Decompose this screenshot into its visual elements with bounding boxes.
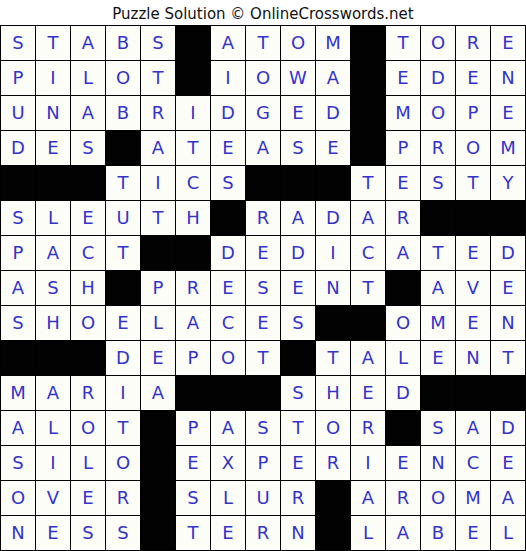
black-cell (316, 306, 350, 340)
letter-cell: A (71, 26, 105, 60)
letter-cell: A (141, 376, 175, 410)
letter-cell: R (281, 481, 315, 515)
letter-cell: S (281, 131, 315, 165)
letter-cell: E (491, 96, 525, 130)
letter-cell: X (211, 446, 245, 480)
letter-cell: C (456, 446, 490, 480)
letter-cell: O (386, 306, 420, 340)
letter-cell: E (36, 131, 70, 165)
black-cell (351, 61, 385, 95)
letter-cell: D (1, 131, 35, 165)
letter-cell: E (281, 96, 315, 130)
letter-cell: O (246, 61, 280, 95)
letter-cell: E (211, 516, 245, 550)
letter-cell: R (246, 201, 280, 235)
letter-cell: R (351, 411, 385, 445)
letter-cell: E (386, 446, 420, 480)
letter-cell: C (176, 166, 210, 200)
letter-cell: T (386, 26, 420, 60)
black-cell (456, 201, 490, 235)
letter-cell: E (71, 201, 105, 235)
letter-cell: L (386, 341, 420, 375)
letter-cell: N (421, 446, 455, 480)
letter-cell: A (211, 411, 245, 445)
letter-cell: A (386, 236, 420, 270)
letter-cell: O (71, 306, 105, 340)
letter-cell: E (456, 61, 490, 95)
letter-cell: R (176, 271, 210, 305)
letter-cell: T (141, 201, 175, 235)
letter-cell: D (491, 411, 525, 445)
black-cell (421, 376, 455, 410)
letter-cell: T (176, 131, 210, 165)
letter-cell: L (36, 411, 70, 445)
letter-cell: D (211, 96, 245, 130)
letter-cell: I (316, 236, 350, 270)
letter-cell: E (491, 446, 525, 480)
letter-cell: R (246, 516, 280, 550)
letter-cell: S (421, 166, 455, 200)
letter-cell: P (176, 411, 210, 445)
letter-cell: C (351, 236, 385, 270)
letter-cell: E (141, 341, 175, 375)
letter-cell: L (71, 61, 105, 95)
letter-cell: T (421, 236, 455, 270)
letter-cell: T (281, 411, 315, 445)
letter-cell: E (281, 271, 315, 305)
letter-cell: A (1, 271, 35, 305)
letter-cell: S (71, 516, 105, 550)
letter-cell: P (456, 96, 490, 130)
letter-cell: L (491, 516, 525, 550)
black-cell (351, 131, 385, 165)
letter-cell: S (281, 376, 315, 410)
black-cell (351, 306, 385, 340)
letter-cell: A (281, 201, 315, 235)
letter-cell: O (281, 26, 315, 60)
letter-cell: O (421, 26, 455, 60)
letter-cell: E (316, 131, 350, 165)
black-cell (141, 236, 175, 270)
letter-cell: E (386, 166, 420, 200)
letter-cell: M (316, 26, 350, 60)
header: Puzzle Solution © OnlineCrosswords.net (0, 0, 526, 25)
black-cell (36, 166, 70, 200)
letter-cell: R (386, 201, 420, 235)
letter-cell: T (106, 411, 140, 445)
letter-cell: M (421, 306, 455, 340)
letter-cell: P (141, 271, 175, 305)
letter-cell: O (1, 481, 35, 515)
letter-cell: E (456, 236, 490, 270)
letter-cell: E (386, 61, 420, 95)
letter-cell: N (281, 516, 315, 550)
black-cell (141, 481, 175, 515)
letter-cell: M (1, 376, 35, 410)
black-cell (386, 411, 420, 445)
letter-cell: S (281, 306, 315, 340)
letter-cell: S (106, 516, 140, 550)
black-cell (281, 341, 315, 375)
letter-cell: U (246, 481, 280, 515)
letter-cell: P (246, 446, 280, 480)
letter-cell: E (456, 306, 490, 340)
letter-cell: T (176, 516, 210, 550)
black-cell (176, 26, 210, 60)
letter-cell: E (71, 481, 105, 515)
black-cell (141, 446, 175, 480)
letter-cell: S (1, 26, 35, 60)
black-cell (351, 26, 385, 60)
letter-cell: I (211, 61, 245, 95)
letter-cell: S (1, 446, 35, 480)
letter-cell: U (1, 96, 35, 130)
letter-cell: I (351, 446, 385, 480)
letter-cell: P (386, 131, 420, 165)
letter-cell: L (351, 516, 385, 550)
letter-cell: A (351, 201, 385, 235)
letter-cell: O (456, 131, 490, 165)
letter-cell: A (386, 516, 420, 550)
letter-cell: B (421, 516, 455, 550)
letter-cell: T (106, 166, 140, 200)
letter-cell: E (281, 446, 315, 480)
letter-cell: O (211, 341, 245, 375)
letter-cell: A (351, 481, 385, 515)
letter-cell: A (36, 236, 70, 270)
black-cell (71, 341, 105, 375)
letter-cell: M (491, 131, 525, 165)
letter-cell: D (211, 236, 245, 270)
letter-cell: G (246, 96, 280, 130)
black-cell (386, 271, 420, 305)
black-cell (316, 516, 350, 550)
letter-cell: O (71, 411, 105, 445)
letter-cell: P (176, 341, 210, 375)
letter-cell: M (386, 96, 420, 130)
black-cell (106, 131, 140, 165)
letter-cell: E (36, 516, 70, 550)
letter-cell: H (316, 376, 350, 410)
letter-cell: R (316, 446, 350, 480)
black-cell (1, 341, 35, 375)
letter-cell: A (246, 131, 280, 165)
black-cell (281, 166, 315, 200)
letter-cell: T (351, 271, 385, 305)
black-cell (176, 376, 210, 410)
letter-cell: A (36, 376, 70, 410)
letter-cell: D (106, 341, 140, 375)
letter-cell: S (421, 411, 455, 445)
letter-cell: R (71, 376, 105, 410)
letter-cell: R (456, 26, 490, 60)
letter-cell: E (351, 376, 385, 410)
letter-cell: T (246, 341, 280, 375)
letter-cell: N (491, 306, 525, 340)
letter-cell: N (456, 341, 490, 375)
letter-cell: A (351, 341, 385, 375)
letter-cell: S (141, 26, 175, 60)
letter-cell: I (106, 376, 140, 410)
letter-cell: E (246, 236, 280, 270)
black-cell (246, 166, 280, 200)
letter-cell: P (1, 61, 35, 95)
letter-cell: A (71, 96, 105, 130)
letter-cell: C (71, 236, 105, 270)
black-cell (211, 201, 245, 235)
letter-cell: T (246, 26, 280, 60)
letter-cell: L (36, 201, 70, 235)
letter-cell: V (36, 481, 70, 515)
black-cell (316, 481, 350, 515)
letter-cell: E (106, 306, 140, 340)
letter-cell: H (71, 271, 105, 305)
letter-cell: I (141, 166, 175, 200)
letter-cell: N (1, 516, 35, 550)
letter-cell: T (316, 341, 350, 375)
letter-cell: O (421, 96, 455, 130)
letter-cell: E (456, 516, 490, 550)
black-cell (176, 236, 210, 270)
letter-cell: H (36, 306, 70, 340)
black-cell (71, 166, 105, 200)
letter-cell: A (141, 131, 175, 165)
letter-cell: E (491, 271, 525, 305)
letter-cell: V (456, 271, 490, 305)
letter-cell: N (36, 96, 70, 130)
letter-cell: T (456, 166, 490, 200)
letter-cell: D (421, 61, 455, 95)
black-cell (36, 341, 70, 375)
letter-cell: R (141, 96, 175, 130)
letter-cell: T (141, 61, 175, 95)
letter-cell: L (141, 306, 175, 340)
black-cell (246, 376, 280, 410)
crossword-grid: STABSATOMTOREPILOTIOWAEDENUNABRIDGEDMOPE… (0, 25, 526, 551)
letter-cell: A (491, 481, 525, 515)
letter-cell: U (106, 201, 140, 235)
letter-cell: R (421, 131, 455, 165)
letter-cell: L (71, 446, 105, 480)
black-cell (106, 271, 140, 305)
letter-cell: R (106, 481, 140, 515)
letter-cell: A (1, 411, 35, 445)
black-cell (421, 201, 455, 235)
black-cell (491, 201, 525, 235)
letter-cell: T (106, 236, 140, 270)
letter-cell: A (211, 26, 245, 60)
letter-cell: Y (491, 166, 525, 200)
letter-cell: E (491, 26, 525, 60)
letter-cell: O (106, 446, 140, 480)
black-cell (211, 376, 245, 410)
letter-cell: W (281, 61, 315, 95)
letter-cell: S (176, 481, 210, 515)
letter-cell: S (211, 166, 245, 200)
letter-cell: S (71, 131, 105, 165)
letter-cell: A (176, 306, 210, 340)
letter-cell: S (1, 306, 35, 340)
page-title: Puzzle Solution © OnlineCrosswords.net (112, 5, 413, 23)
letter-cell: N (491, 61, 525, 95)
black-cell (316, 166, 350, 200)
letter-cell: B (106, 96, 140, 130)
letter-cell: M (456, 481, 490, 515)
letter-cell: D (386, 376, 420, 410)
letter-cell: O (421, 481, 455, 515)
letter-cell: E (211, 131, 245, 165)
letter-cell: L (211, 481, 245, 515)
letter-cell: P (1, 236, 35, 270)
letter-cell: H (176, 201, 210, 235)
letter-cell: A (316, 61, 350, 95)
letter-cell: D (491, 236, 525, 270)
letter-cell: T (351, 166, 385, 200)
letter-cell: R (386, 481, 420, 515)
letter-cell: I (36, 61, 70, 95)
letter-cell: I (36, 446, 70, 480)
letter-cell: S (246, 411, 280, 445)
letter-cell: D (281, 236, 315, 270)
black-cell (141, 516, 175, 550)
black-cell (1, 166, 35, 200)
letter-cell: E (246, 306, 280, 340)
letter-cell: C (211, 306, 245, 340)
letter-cell: A (421, 271, 455, 305)
letter-cell: D (316, 96, 350, 130)
letter-cell: S (36, 271, 70, 305)
black-cell (141, 411, 175, 445)
letter-cell: O (106, 61, 140, 95)
letter-cell: B (106, 26, 140, 60)
letter-cell: S (246, 271, 280, 305)
letter-cell: E (211, 271, 245, 305)
letter-cell: T (491, 341, 525, 375)
letter-cell: D (316, 201, 350, 235)
letter-cell: O (316, 411, 350, 445)
letter-cell: E (176, 446, 210, 480)
letter-cell: S (1, 201, 35, 235)
black-cell (456, 376, 490, 410)
letter-cell: A (456, 411, 490, 445)
letter-cell: N (316, 271, 350, 305)
black-cell (351, 96, 385, 130)
letter-cell: E (421, 341, 455, 375)
letter-cell: T (36, 26, 70, 60)
black-cell (491, 376, 525, 410)
letter-cell: I (176, 96, 210, 130)
black-cell (176, 61, 210, 95)
